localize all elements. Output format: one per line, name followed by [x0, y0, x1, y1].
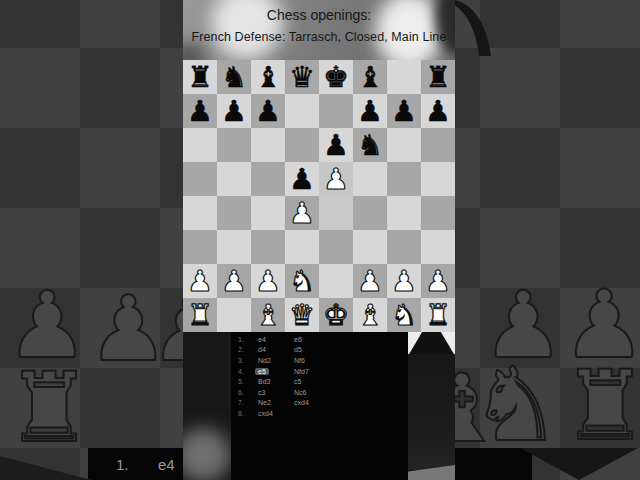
video-frame: ♟♟♟♜♟♟♞♜♝ 1. e4 Chess openings: French D… — [0, 0, 640, 480]
white-knight-d2: ♞ — [285, 264, 319, 298]
move-number: 6. — [231, 389, 255, 396]
move-row-5: 5.Bd3c5 — [231, 376, 408, 387]
move-list-panel: 1.e4e62.d4d53.Nd2Nf64.e5Nfd75.Bd3c56.c3N… — [231, 332, 408, 480]
square-c7: ♟ — [251, 94, 285, 128]
square-d7 — [285, 94, 319, 128]
white-move: e5 — [255, 368, 291, 375]
lower-panel: 1.e4e62.d4d53.Nd2Nf64.e5Nfd75.Bd3c56.c3N… — [183, 332, 455, 480]
square-h3 — [421, 230, 455, 264]
square-f7: ♟ — [353, 94, 387, 128]
square-h2: ♟ — [421, 264, 455, 298]
black-pawn-h7: ♟ — [421, 94, 455, 128]
title-banner: Chess openings: French Defense: Tarrasch… — [183, 0, 455, 60]
blurred-dark-patch — [183, 44, 205, 60]
white-pawn-c2: ♟ — [251, 264, 285, 298]
black-pawn-f7: ♟ — [353, 94, 387, 128]
square-c3 — [251, 230, 285, 264]
square-g1: ♞ — [387, 298, 421, 332]
square-d6 — [285, 128, 319, 162]
square-c1: ♝ — [251, 298, 285, 332]
white-move: e4 — [255, 336, 291, 343]
white-move: Ne2 — [255, 399, 291, 406]
dark-texture-block — [408, 354, 455, 470]
white-pawn-g2: ♟ — [387, 264, 421, 298]
square-f5 — [353, 162, 387, 196]
square-h6 — [421, 128, 455, 162]
square-g6 — [387, 128, 421, 162]
square-a8: ♜ — [183, 60, 217, 94]
black-move: e6 — [291, 336, 408, 343]
white-pawn-e5: ♟ — [319, 162, 353, 196]
black-bishop-f8: ♝ — [353, 60, 387, 94]
background-knight-silhouette — [453, 0, 495, 56]
square-c4 — [251, 196, 285, 230]
white-move: cxd4 — [255, 410, 291, 417]
square-a3 — [183, 230, 217, 264]
white-king-e1: ♚ — [319, 298, 353, 332]
square-a6 — [183, 128, 217, 162]
white-queen-d1: ♛ — [285, 298, 319, 332]
move-number: 5. — [231, 378, 255, 385]
white-pawn-h2: ♟ — [421, 264, 455, 298]
move-row-4: 4.e5Nfd7 — [231, 366, 408, 377]
black-move: d5 — [291, 346, 408, 353]
square-e8: ♚ — [319, 60, 353, 94]
white-pawn-f2: ♟ — [353, 264, 387, 298]
black-move: cxd4 — [291, 399, 408, 406]
square-g5 — [387, 162, 421, 196]
square-h4 — [421, 196, 455, 230]
white-rook-a1: ♜ — [183, 298, 217, 332]
square-g8 — [387, 60, 421, 94]
square-e5: ♟ — [319, 162, 353, 196]
square-f6: ♞ — [353, 128, 387, 162]
blurred-gray-blob — [183, 428, 231, 480]
square-b3 — [217, 230, 251, 264]
square-b4 — [217, 196, 251, 230]
square-f4 — [353, 196, 387, 230]
white-bishop-f1: ♝ — [353, 298, 387, 332]
square-g3 — [387, 230, 421, 264]
square-b6 — [217, 128, 251, 162]
square-h1: ♜ — [421, 298, 455, 332]
white-move: Nd2 — [255, 357, 291, 364]
white-knight-g1: ♞ — [387, 298, 421, 332]
white-pawn-d4: ♟ — [285, 196, 319, 230]
move-number: 1. — [231, 336, 255, 343]
square-b8: ♞ — [217, 60, 251, 94]
black-pawn-b7: ♟ — [217, 94, 251, 128]
chess-board: ♜♞♝♛♚♝♜♟♟♟♟♟♟♟♞♟♟♟♟♟♟♞♟♟♟♜♝♛♚♝♞♜ — [183, 60, 455, 332]
black-pawn-c7: ♟ — [251, 94, 285, 128]
white-move: Bd3 — [255, 378, 291, 385]
square-a7: ♟ — [183, 94, 217, 128]
left-video-strip — [183, 332, 231, 480]
square-a5 — [183, 162, 217, 196]
black-king-e8: ♚ — [319, 60, 353, 94]
square-e4 — [319, 196, 353, 230]
black-rook-h8: ♜ — [421, 60, 455, 94]
square-b1 — [217, 298, 251, 332]
square-g2: ♟ — [387, 264, 421, 298]
black-move: c5 — [291, 378, 408, 385]
black-bishop-c8: ♝ — [251, 60, 285, 94]
white-move: c3 — [255, 389, 291, 396]
square-f2: ♟ — [353, 264, 387, 298]
square-c2: ♟ — [251, 264, 285, 298]
black-move: Nf6 — [291, 357, 408, 364]
move-number: 2. — [231, 346, 255, 353]
square-d8: ♛ — [285, 60, 319, 94]
video-content-column: Chess openings: French Defense: Tarrasch… — [183, 0, 455, 480]
black-rook-a8: ♜ — [183, 60, 217, 94]
black-pawn-d5: ♟ — [285, 162, 319, 196]
move-row-7: 7.Ne2cxd4 — [231, 398, 408, 409]
square-a4 — [183, 196, 217, 230]
background-move-number: 1. — [116, 456, 129, 473]
move-number: 8. — [231, 410, 255, 417]
right-video-strip — [408, 332, 455, 480]
white-pawn-b2: ♟ — [217, 264, 251, 298]
square-d4: ♟ — [285, 196, 319, 230]
square-e1: ♚ — [319, 298, 353, 332]
black-knight-b8: ♞ — [217, 60, 251, 94]
square-f3 — [353, 230, 387, 264]
move-number: 4. — [231, 368, 255, 375]
square-h8: ♜ — [421, 60, 455, 94]
move-number: 7. — [231, 399, 255, 406]
white-rook-h1: ♜ — [421, 298, 455, 332]
square-b7: ♟ — [217, 94, 251, 128]
square-g4 — [387, 196, 421, 230]
white-bishop-c1: ♝ — [251, 298, 285, 332]
square-a2: ♟ — [183, 264, 217, 298]
square-e7 — [319, 94, 353, 128]
square-c5 — [251, 162, 285, 196]
background-move-text: e4 — [158, 456, 175, 473]
video-title-line1: Chess openings: — [183, 7, 455, 23]
square-h7: ♟ — [421, 94, 455, 128]
square-b2: ♟ — [217, 264, 251, 298]
square-d1: ♛ — [285, 298, 319, 332]
move-row-2: 2.d4d5 — [231, 345, 408, 356]
square-h5 — [421, 162, 455, 196]
move-row-1: 1.e4e6 — [231, 334, 408, 345]
black-pawn-e6: ♟ — [319, 128, 353, 162]
move-row-8: 8.cxd4 — [231, 408, 408, 419]
black-move — [291, 410, 408, 417]
square-d5: ♟ — [285, 162, 319, 196]
move-number: 3. — [231, 357, 255, 364]
square-d2: ♞ — [285, 264, 319, 298]
white-move: d4 — [255, 346, 291, 353]
move-row-3: 3.Nd2Nf6 — [231, 355, 408, 366]
square-f1: ♝ — [353, 298, 387, 332]
black-pawn-g7: ♟ — [387, 94, 421, 128]
background-r-piece: ♜ — [562, 358, 640, 454]
square-e2 — [319, 264, 353, 298]
square-d3 — [285, 230, 319, 264]
black-pawn-a7: ♟ — [183, 94, 217, 128]
white-pawn-a2: ♟ — [183, 264, 217, 298]
black-move: Nfd7 — [291, 368, 408, 375]
black-queen-d8: ♛ — [285, 60, 319, 94]
video-title-line2: French Defense: Tarrasch, Closed, Main L… — [183, 30, 455, 44]
square-f8: ♝ — [353, 60, 387, 94]
square-e6: ♟ — [319, 128, 353, 162]
square-b5 — [217, 162, 251, 196]
square-e3 — [319, 230, 353, 264]
square-c8: ♝ — [251, 60, 285, 94]
square-g7: ♟ — [387, 94, 421, 128]
square-c6 — [251, 128, 285, 162]
move-row-6: 6.c3Nc6 — [231, 387, 408, 398]
black-knight-f6: ♞ — [353, 128, 387, 162]
black-move: Nc6 — [291, 389, 408, 396]
background-r-piece: ♜ — [6, 360, 92, 456]
square-a1: ♜ — [183, 298, 217, 332]
